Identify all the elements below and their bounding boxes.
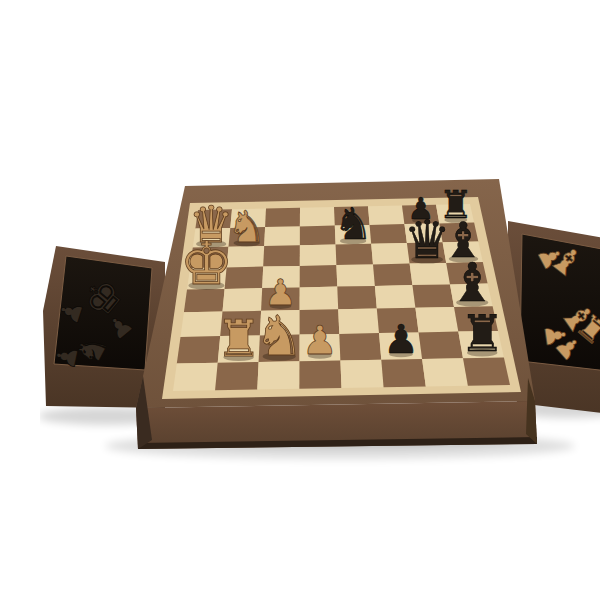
square-e4	[337, 286, 377, 309]
piece-white-pawn-d2: ♟	[302, 317, 338, 363]
square-f8	[368, 206, 404, 225]
square-d5	[300, 265, 338, 287]
square-d1	[299, 361, 341, 389]
piece-black-pawn-f2: ♟	[383, 316, 419, 362]
square-d7	[300, 226, 336, 246]
chess-set-product-photo: Walnut chess box set with two pull-out s…	[40, 16, 600, 600]
chess-scene: ♟♜♛♞♞♛♝♚♟♝♜♞♟♟♜♟♚♟♞♟♟♝♝♟♟♜	[40, 16, 600, 600]
square-f1	[381, 359, 426, 387]
square-c7	[264, 226, 300, 246]
square-d4	[300, 287, 339, 310]
square-a2	[177, 336, 220, 363]
piece-white-king-a5: ♚	[180, 229, 233, 298]
square-e3	[338, 309, 379, 334]
square-f4	[375, 285, 416, 308]
square-d8	[300, 207, 335, 226]
square-a1	[173, 363, 218, 391]
piece-black-rook-h2: ♜	[460, 304, 505, 363]
square-e2	[339, 333, 381, 360]
square-c6	[263, 245, 300, 266]
piece-white-knight-c2: ♞	[254, 304, 304, 368]
square-d6	[300, 245, 337, 266]
square-e1	[340, 360, 383, 388]
piece-black-knight-e7: ♞	[333, 198, 372, 249]
square-e5	[336, 264, 375, 286]
square-c8	[265, 208, 300, 227]
square-g2	[419, 332, 463, 359]
square-f7	[370, 224, 407, 244]
